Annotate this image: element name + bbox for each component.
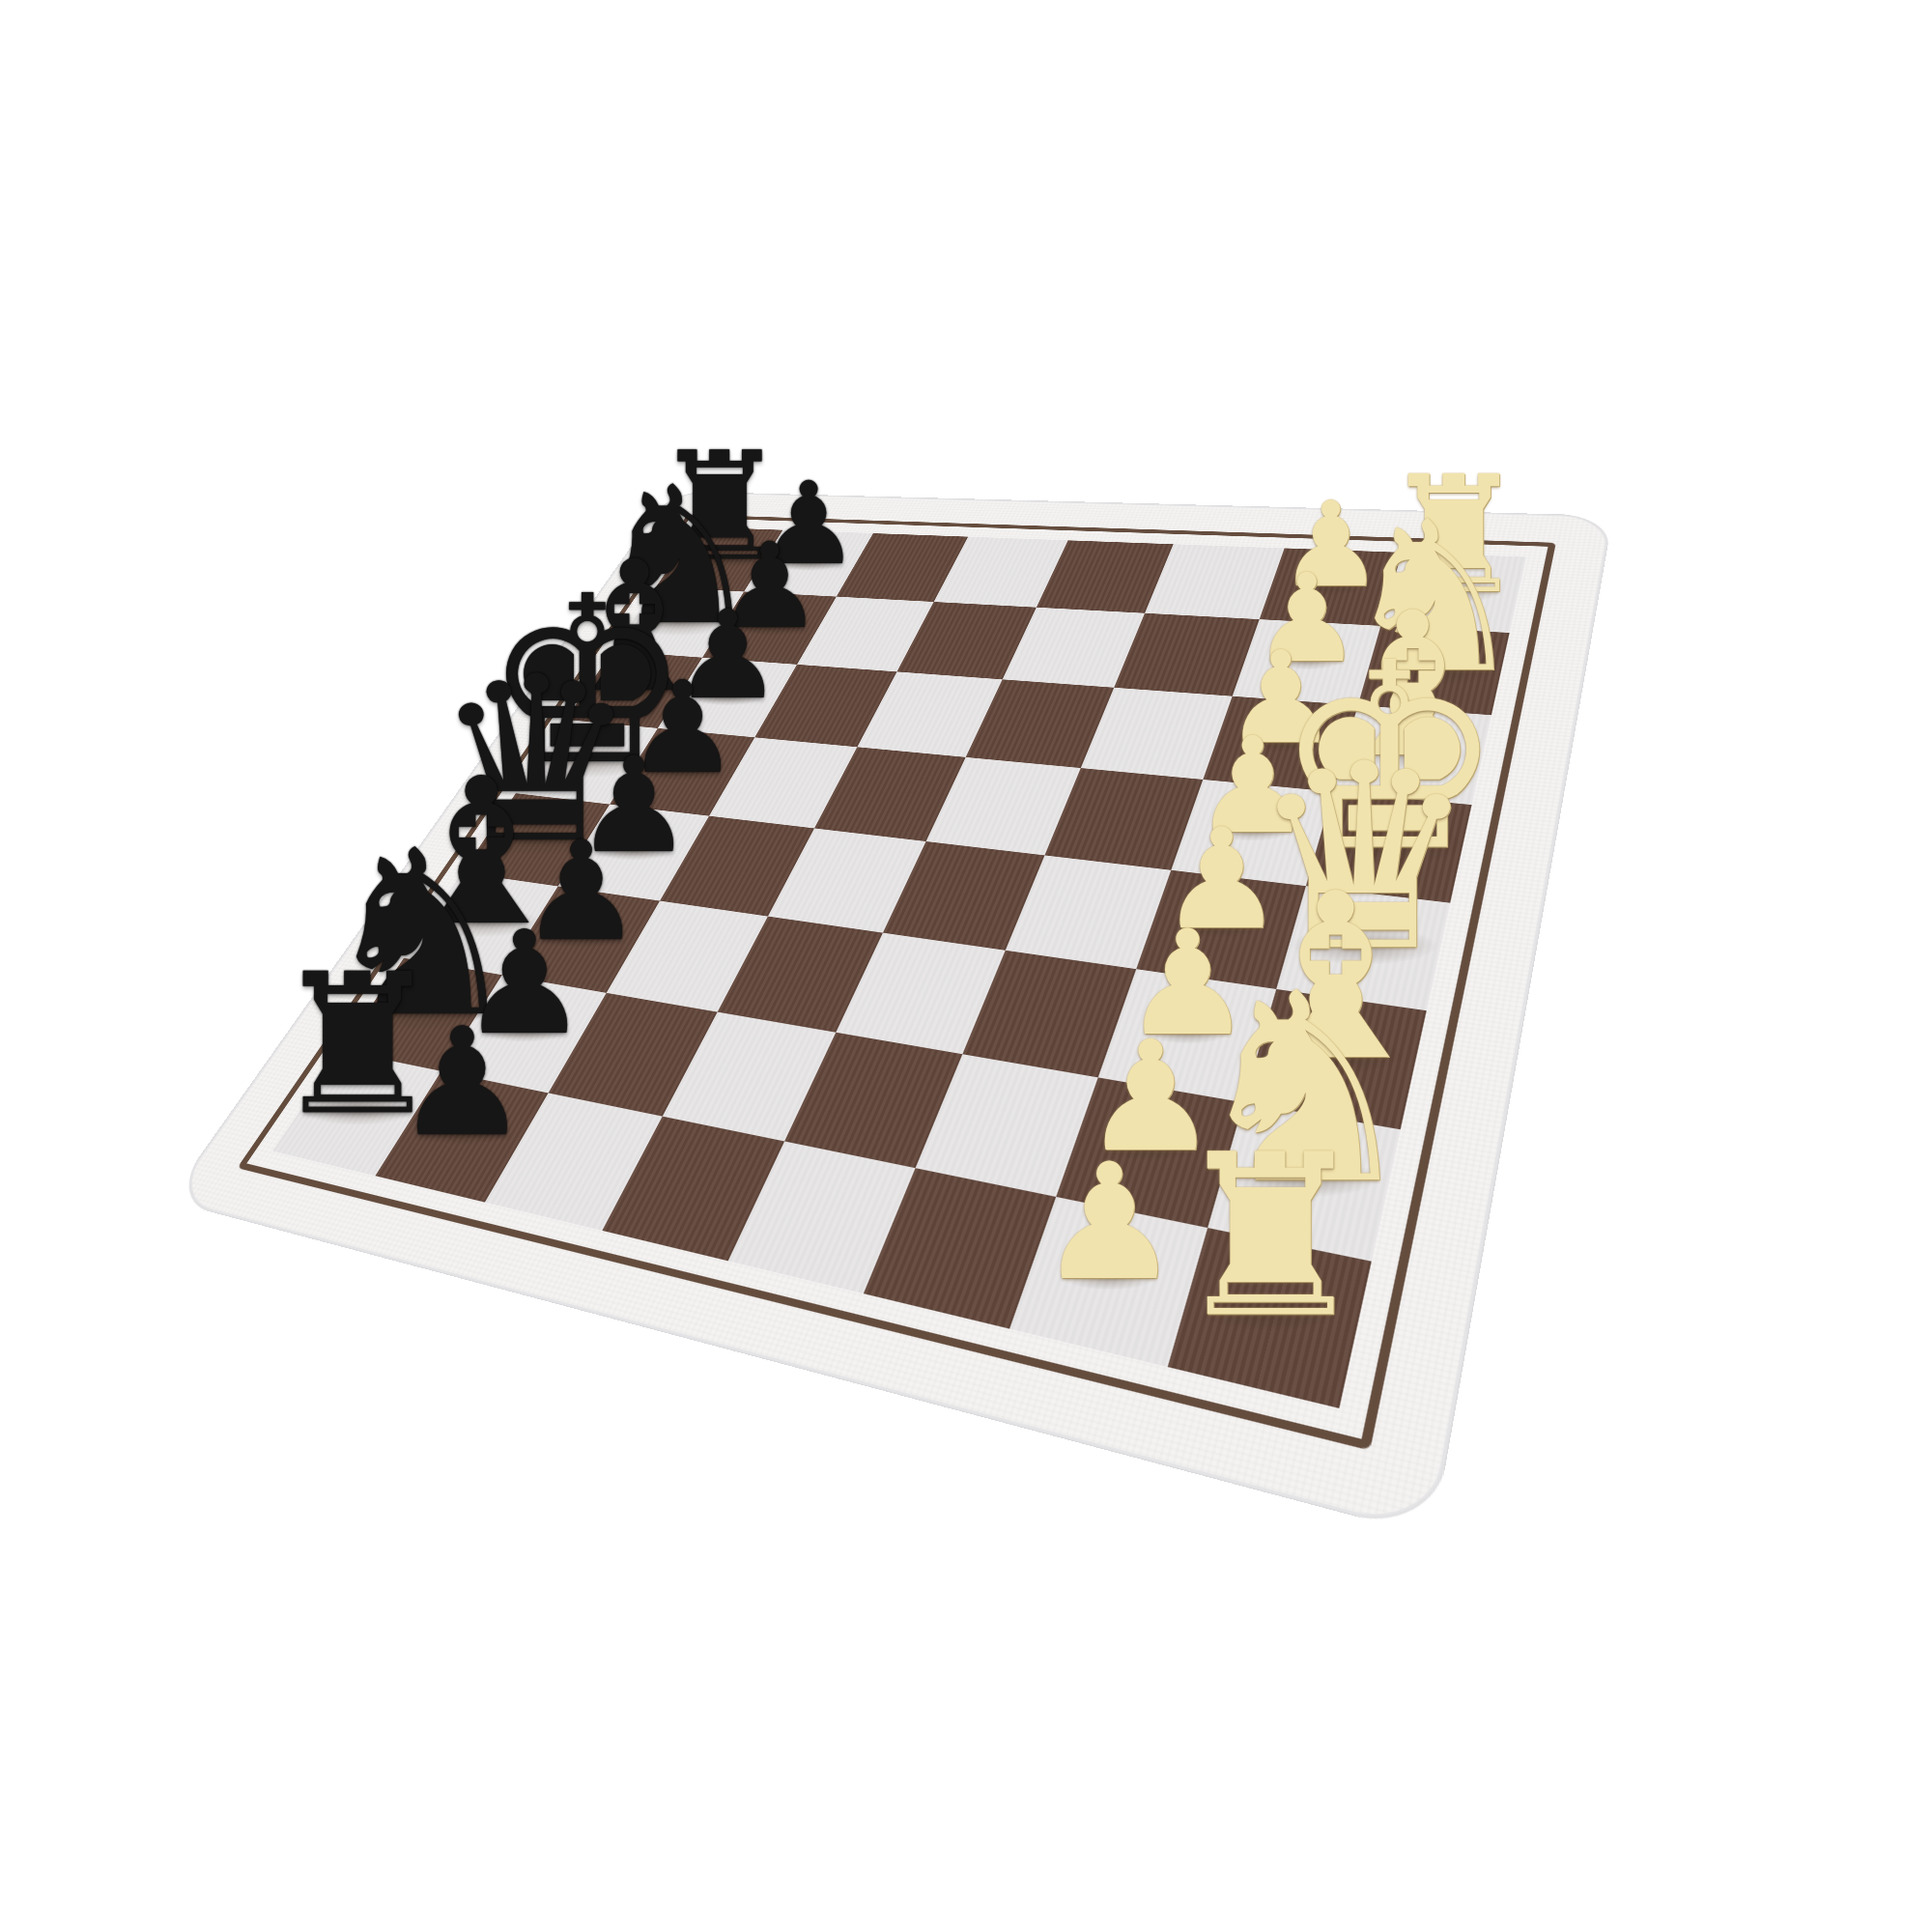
- square-f2: [1203, 696, 1357, 792]
- product-photo-scene: ♜♟♟♜♞♟♟♞♝♟♟♝♚♟♟♛♚♟♝♟♟♛♞♟♟♝♜♟♟♞♟♜: [0, 0, 1932, 1932]
- square-g2: [1233, 619, 1381, 705]
- square-h1: [1380, 553, 1526, 633]
- square-f1: [1333, 705, 1492, 805]
- square-g1: [1358, 626, 1510, 715]
- square-e1: [1306, 792, 1472, 903]
- chess-board-3d: [272, 526, 1526, 1407]
- square-h2: [1260, 548, 1402, 625]
